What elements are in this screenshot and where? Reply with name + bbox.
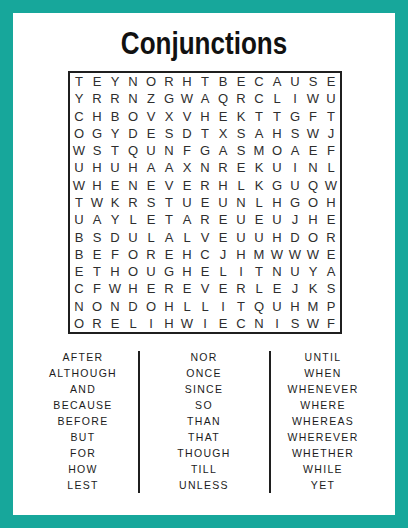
- grid-cell[interactable]: J: [322, 125, 340, 142]
- grid-cell[interactable]: D: [286, 228, 304, 245]
- word-list-item: NOR: [138, 349, 270, 365]
- grid-cell[interactable]: S: [88, 142, 106, 159]
- grid-cell[interactable]: U: [214, 194, 232, 211]
- grid-cell[interactable]: V: [160, 177, 178, 194]
- grid-cell[interactable]: S: [322, 280, 340, 297]
- grid-cell[interactable]: N: [106, 297, 124, 314]
- grid-cell[interactable]: H: [286, 297, 304, 314]
- grid-cell[interactable]: J: [286, 211, 304, 228]
- grid-cell[interactable]: E: [88, 246, 106, 263]
- grid-cell[interactable]: V: [142, 108, 160, 125]
- word-list-item: BEFORE: [13, 413, 153, 429]
- grid-cell[interactable]: M: [250, 246, 268, 263]
- grid-cell[interactable]: C: [196, 246, 214, 263]
- grid-cell[interactable]: E: [106, 315, 124, 332]
- grid-cell[interactable]: F: [88, 280, 106, 297]
- word-list-column-1: AFTERALTHOUGHANDBECAUSEBEFOREBUTFORHOWLE…: [13, 349, 153, 493]
- grid-cell[interactable]: A: [142, 159, 160, 176]
- grid-cell[interactable]: R: [232, 280, 250, 297]
- grid-cell[interactable]: W: [178, 315, 196, 332]
- grid-cell[interactable]: L: [322, 159, 340, 176]
- grid-cell[interactable]: O: [70, 125, 88, 142]
- grid-cell[interactable]: N: [124, 73, 142, 90]
- grid-cell[interactable]: N: [250, 315, 268, 332]
- grid-cell[interactable]: G: [286, 108, 304, 125]
- grid-cell[interactable]: V: [178, 108, 196, 125]
- grid-cell[interactable]: O: [304, 228, 322, 245]
- grid-cell[interactable]: E: [160, 246, 178, 263]
- grid-cell[interactable]: P: [322, 297, 340, 314]
- grid-cell[interactable]: E: [232, 159, 250, 176]
- word-list-item: WHETHER: [258, 445, 388, 461]
- grid-cell[interactable]: H: [268, 228, 286, 245]
- grid-cell[interactable]: T: [70, 194, 88, 211]
- grid-cell[interactable]: X: [214, 125, 232, 142]
- grid-cell[interactable]: O: [70, 315, 88, 332]
- grid-cell[interactable]: Y: [106, 211, 124, 228]
- grid-cell[interactable]: E: [214, 108, 232, 125]
- grid-cell[interactable]: T: [106, 142, 124, 159]
- grid-cell[interactable]: U: [232, 211, 250, 228]
- word-list-item: WHERE: [258, 397, 388, 413]
- grid-cell[interactable]: K: [250, 177, 268, 194]
- grid-cell[interactable]: F: [178, 142, 196, 159]
- grid-cell[interactable]: E: [142, 125, 160, 142]
- grid-cell[interactable]: H: [268, 194, 286, 211]
- grid-cell[interactable]: Q: [304, 177, 322, 194]
- grid-cell[interactable]: W: [286, 246, 304, 263]
- grid-cell[interactable]: L: [178, 228, 196, 245]
- grid-cell[interactable]: A: [322, 263, 340, 280]
- grid-cell[interactable]: E: [88, 73, 106, 90]
- grid-cell[interactable]: T: [268, 108, 286, 125]
- grid-cell[interactable]: L: [232, 177, 250, 194]
- grid-cell[interactable]: I: [232, 263, 250, 280]
- word-list-item: ALTHOUGH: [13, 365, 153, 381]
- grid-cell[interactable]: T: [322, 108, 340, 125]
- grid-cell[interactable]: U: [286, 177, 304, 194]
- word-list-item: THAT: [138, 429, 270, 445]
- grid-cell[interactable]: W: [322, 177, 340, 194]
- grid-cell[interactable]: E: [322, 211, 340, 228]
- grid-cell[interactable]: S: [232, 142, 250, 159]
- word-list-item: WHENEVER: [258, 381, 388, 397]
- grid-cell[interactable]: Z: [142, 90, 160, 107]
- grid-cell[interactable]: S: [88, 228, 106, 245]
- word-list-item: BUT: [13, 429, 153, 445]
- grid-cell[interactable]: Q: [124, 142, 142, 159]
- word-search-grid: TEYNORHTBECAUSEYRRNZGWAQRCLIWUCHBOVXVHEK…: [68, 71, 342, 334]
- grid-cell[interactable]: H: [178, 246, 196, 263]
- grid-cell[interactable]: R: [232, 90, 250, 107]
- grid-cell[interactable]: H: [196, 108, 214, 125]
- grid-cell[interactable]: W: [304, 125, 322, 142]
- grid-cell[interactable]: E: [142, 211, 160, 228]
- grid-cell[interactable]: E: [196, 194, 214, 211]
- grid-cell[interactable]: U: [70, 159, 88, 176]
- grid-cell[interactable]: J: [286, 280, 304, 297]
- grid-cell[interactable]: U: [286, 263, 304, 280]
- grid-cell[interactable]: T: [232, 297, 250, 314]
- grid-cell[interactable]: W: [304, 90, 322, 107]
- grid-cell[interactable]: N: [268, 263, 286, 280]
- grid-cell[interactable]: E: [232, 73, 250, 90]
- grid-cell[interactable]: E: [142, 280, 160, 297]
- grid-cell[interactable]: H: [160, 315, 178, 332]
- grid-cell[interactable]: T: [88, 263, 106, 280]
- grid-cell[interactable]: B: [70, 228, 88, 245]
- grid-cell[interactable]: M: [304, 297, 322, 314]
- grid-cell[interactable]: U: [268, 211, 286, 228]
- word-list-item: LEST: [13, 477, 153, 493]
- grid-cell[interactable]: H: [160, 297, 178, 314]
- grid-cell[interactable]: W: [268, 246, 286, 263]
- grid-cell[interactable]: N: [232, 194, 250, 211]
- grid-cell[interactable]: I: [268, 315, 286, 332]
- grid-cell[interactable]: U: [322, 90, 340, 107]
- grid-cell[interactable]: L: [214, 263, 232, 280]
- grid-cell[interactable]: Q: [214, 90, 232, 107]
- grid-cell[interactable]: H: [178, 73, 196, 90]
- grid-cell[interactable]: W: [106, 280, 124, 297]
- grid-cell[interactable]: S: [160, 125, 178, 142]
- grid-cell[interactable]: L: [124, 211, 142, 228]
- grid-cell[interactable]: E: [178, 177, 196, 194]
- grid-cell[interactable]: R: [88, 90, 106, 107]
- grid-cell[interactable]: R: [214, 159, 232, 176]
- grid-cell[interactable]: N: [196, 159, 214, 176]
- word-list-item: SINCE: [138, 381, 270, 397]
- grid-cell[interactable]: R: [160, 73, 178, 90]
- grid-cell[interactable]: Q: [250, 297, 268, 314]
- grid-cell[interactable]: E: [250, 211, 268, 228]
- grid-cell[interactable]: E: [214, 315, 232, 332]
- grid-cell[interactable]: E: [178, 280, 196, 297]
- grid-cell[interactable]: G: [268, 177, 286, 194]
- grid-cell[interactable]: X: [178, 159, 196, 176]
- grid-cell[interactable]: I: [286, 159, 304, 176]
- grid-cell[interactable]: V: [196, 280, 214, 297]
- grid-cell[interactable]: U: [178, 194, 196, 211]
- grid-cell[interactable]: T: [250, 108, 268, 125]
- grid-cell[interactable]: R: [124, 194, 142, 211]
- grid-cell[interactable]: X: [160, 108, 178, 125]
- grid-cell[interactable]: O: [124, 263, 142, 280]
- grid-cell[interactable]: G: [160, 263, 178, 280]
- grid-cell[interactable]: D: [106, 228, 124, 245]
- word-list-column-2: NORONCESINCESOTHANTHATTHOUGHTILLUNLESS: [138, 349, 270, 493]
- grid-cell[interactable]: E: [106, 177, 124, 194]
- grid-cell[interactable]: I: [214, 297, 232, 314]
- grid-cell[interactable]: U: [70, 211, 88, 228]
- grid-cell[interactable]: H: [304, 211, 322, 228]
- grid-cell[interactable]: W: [88, 194, 106, 211]
- grid-cell[interactable]: S: [286, 315, 304, 332]
- word-list-item: TILL: [138, 461, 270, 477]
- grid-cell[interactable]: A: [268, 73, 286, 90]
- grid-cell[interactable]: W: [304, 315, 322, 332]
- grid-cell[interactable]: N: [160, 142, 178, 159]
- grid-cell[interactable]: E: [268, 280, 286, 297]
- grid-cell[interactable]: E: [196, 263, 214, 280]
- grid-cell[interactable]: D: [124, 297, 142, 314]
- grid-cell[interactable]: J: [214, 246, 232, 263]
- grid-cell[interactable]: E: [322, 246, 340, 263]
- word-list-item: ONCE: [138, 365, 270, 381]
- grid-cell[interactable]: R: [196, 211, 214, 228]
- grid-cell[interactable]: U: [286, 73, 304, 90]
- grid-cell[interactable]: H: [178, 263, 196, 280]
- grid-cell[interactable]: A: [160, 159, 178, 176]
- grid-cell[interactable]: C: [232, 315, 250, 332]
- grid-cell[interactable]: K: [250, 159, 268, 176]
- grid-cell[interactable]: E: [214, 228, 232, 245]
- grid-cell[interactable]: U: [232, 228, 250, 245]
- word-list-item: UNTIL: [258, 349, 388, 365]
- word-list-item: WHEREAS: [258, 413, 388, 429]
- grid-cell[interactable]: U: [106, 159, 124, 176]
- grid-cell[interactable]: H: [214, 177, 232, 194]
- grid-cell[interactable]: R: [322, 228, 340, 245]
- grid-cell[interactable]: C: [70, 280, 88, 297]
- grid-cell[interactable]: H: [88, 159, 106, 176]
- grid-cell[interactable]: W: [304, 246, 322, 263]
- grid-cell[interactable]: H: [106, 263, 124, 280]
- grid-cell[interactable]: H: [268, 125, 286, 142]
- page-title-text: Conjunctions: [121, 26, 287, 62]
- word-list-item: THOUGH: [138, 445, 270, 461]
- grid-cell[interactable]: G: [160, 90, 178, 107]
- grid-cell[interactable]: W: [70, 177, 88, 194]
- word-list-item: AND: [13, 381, 153, 397]
- grid-cell[interactable]: L: [250, 280, 268, 297]
- grid-cell[interactable]: A: [286, 142, 304, 159]
- grid-cell[interactable]: A: [160, 228, 178, 245]
- grid-cell[interactable]: I: [286, 90, 304, 107]
- grid-cell[interactable]: S: [286, 125, 304, 142]
- grid-cell[interactable]: T: [196, 125, 214, 142]
- grid-cell[interactable]: S: [142, 194, 160, 211]
- grid-cell[interactable]: A: [196, 90, 214, 107]
- grid-cell[interactable]: F: [106, 246, 124, 263]
- grid-cell[interactable]: L: [178, 297, 196, 314]
- grid-cell[interactable]: R: [142, 246, 160, 263]
- grid-cell[interactable]: B: [214, 73, 232, 90]
- grid-cell[interactable]: N: [124, 90, 142, 107]
- grid-cell[interactable]: G: [196, 142, 214, 159]
- grid-cell[interactable]: G: [286, 194, 304, 211]
- grid-cell[interactable]: G: [88, 125, 106, 142]
- word-list-item: BECAUSE: [13, 397, 153, 413]
- grid-cell[interactable]: B: [70, 246, 88, 263]
- grid-cell[interactable]: U: [250, 228, 268, 245]
- word-list-item: WHEN: [258, 365, 388, 381]
- grid-cell[interactable]: A: [178, 211, 196, 228]
- word-list-item: THAN: [138, 413, 270, 429]
- grid-cell[interactable]: W: [70, 142, 88, 159]
- word-list-item: WHILE: [258, 461, 388, 477]
- grid-cell[interactable]: K: [106, 194, 124, 211]
- grid-cell[interactable]: Y: [304, 263, 322, 280]
- grid-cell[interactable]: D: [178, 125, 196, 142]
- grid-cell[interactable]: Y: [106, 125, 124, 142]
- grid-cell[interactable]: H: [124, 280, 142, 297]
- grid-cell[interactable]: E: [214, 211, 232, 228]
- word-list-item: HOW: [13, 461, 153, 477]
- grid-cell[interactable]: T: [70, 73, 88, 90]
- word-list-item: FOR: [13, 445, 153, 461]
- worksheet-page: Conjunctions TEYNORHTBECAUSEYRRNZGWAQRCL…: [0, 0, 408, 528]
- grid-cell[interactable]: Y: [106, 73, 124, 90]
- grid-cell[interactable]: L: [142, 228, 160, 245]
- grid-cell[interactable]: N: [304, 159, 322, 176]
- grid-cell[interactable]: T: [160, 194, 178, 211]
- grid-cell[interactable]: V: [196, 228, 214, 245]
- grid-cell[interactable]: E: [304, 142, 322, 159]
- grid-cell[interactable]: F: [322, 315, 340, 332]
- grid-cell[interactable]: A: [214, 142, 232, 159]
- grid-cell[interactable]: U: [268, 297, 286, 314]
- grid-cell[interactable]: C: [70, 108, 88, 125]
- grid-cell[interactable]: O: [124, 108, 142, 125]
- grid-cell[interactable]: F: [304, 108, 322, 125]
- grid-cell[interactable]: K: [304, 280, 322, 297]
- grid-cell[interactable]: O: [142, 73, 160, 90]
- grid-cell[interactable]: A: [88, 211, 106, 228]
- grid-cell[interactable]: R: [88, 315, 106, 332]
- grid-cell[interactable]: T: [160, 211, 178, 228]
- grid-cell[interactable]: O: [268, 142, 286, 159]
- page-title: Conjunctions: [13, 26, 395, 62]
- grid-cell[interactable]: E: [70, 263, 88, 280]
- grid-cell[interactable]: O: [124, 246, 142, 263]
- grid-cell[interactable]: A: [250, 125, 268, 142]
- grid-cell[interactable]: O: [88, 297, 106, 314]
- grid-cell[interactable]: H: [88, 108, 106, 125]
- grid-cell[interactable]: W: [178, 90, 196, 107]
- grid-cell[interactable]: T: [250, 263, 268, 280]
- grid-cell[interactable]: S: [304, 73, 322, 90]
- word-list-column-3: UNTILWHENWHENEVERWHEREWHEREASWHEREVERWHE…: [258, 349, 388, 493]
- grid-cell[interactable]: Y: [70, 90, 88, 107]
- grid-cell[interactable]: B: [106, 108, 124, 125]
- grid-cell[interactable]: F: [322, 142, 340, 159]
- grid-cell[interactable]: E: [322, 73, 340, 90]
- grid-cell[interactable]: D: [124, 125, 142, 142]
- grid-cell[interactable]: R: [196, 177, 214, 194]
- word-list-item: SO: [138, 397, 270, 413]
- grid-cell[interactable]: H: [232, 246, 250, 263]
- grid-cell[interactable]: K: [232, 108, 250, 125]
- grid-cell[interactable]: E: [214, 280, 232, 297]
- word-list-item: AFTER: [13, 349, 153, 365]
- grid-cell[interactable]: S: [232, 125, 250, 142]
- grid-cell[interactable]: N: [124, 177, 142, 194]
- grid-cell[interactable]: R: [160, 280, 178, 297]
- grid-cell[interactable]: U: [142, 263, 160, 280]
- grid-cell[interactable]: O: [304, 194, 322, 211]
- word-list-item: WHEREVER: [258, 429, 388, 445]
- grid-cell[interactable]: L: [250, 194, 268, 211]
- grid-cell[interactable]: M: [250, 142, 268, 159]
- word-list-item: YET: [258, 477, 388, 493]
- grid-cell[interactable]: L: [268, 90, 286, 107]
- word-list-item: UNLESS: [138, 477, 270, 493]
- grid-cell[interactable]: N: [70, 297, 88, 314]
- grid-cell[interactable]: I: [196, 315, 214, 332]
- grid-cell[interactable]: U: [124, 228, 142, 245]
- grid-cell[interactable]: U: [268, 159, 286, 176]
- grid-cell[interactable]: H: [322, 194, 340, 211]
- grid-cell[interactable]: E: [142, 177, 160, 194]
- grid-cell[interactable]: T: [196, 73, 214, 90]
- grid-cell[interactable]: C: [250, 90, 268, 107]
- grid-cell[interactable]: R: [106, 90, 124, 107]
- grid-cell[interactable]: L: [124, 315, 142, 332]
- grid-cell[interactable]: L: [196, 297, 214, 314]
- grid-cell[interactable]: I: [142, 315, 160, 332]
- grid-cell[interactable]: C: [250, 73, 268, 90]
- grid-cell[interactable]: O: [142, 297, 160, 314]
- grid-cell[interactable]: U: [142, 142, 160, 159]
- grid-cell[interactable]: H: [88, 177, 106, 194]
- grid-cell[interactable]: H: [124, 159, 142, 176]
